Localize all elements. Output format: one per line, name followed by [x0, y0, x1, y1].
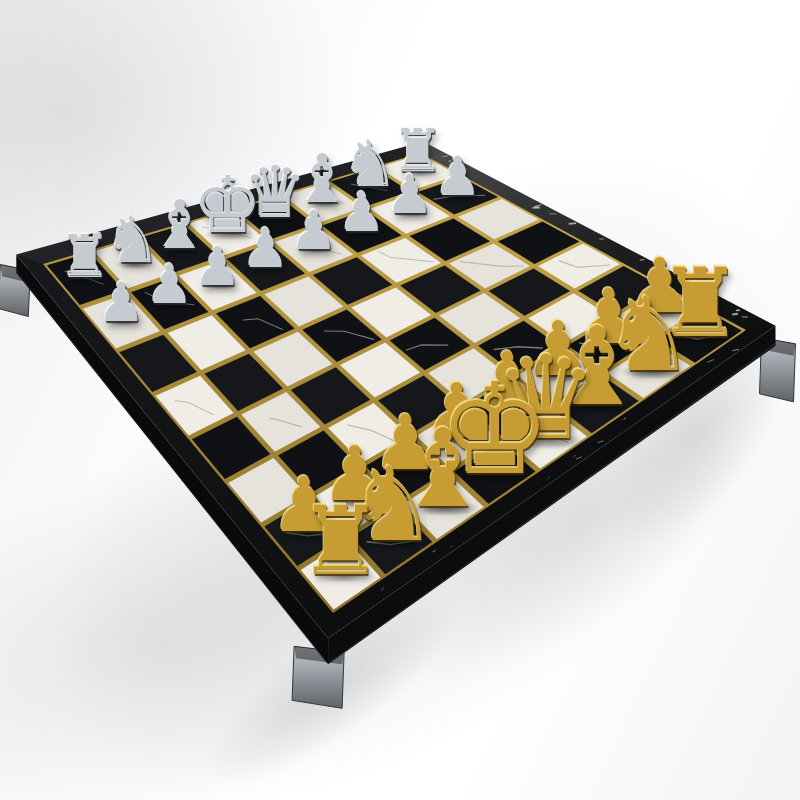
piece-silver-pawn-b7[interactable]: ♟ — [386, 168, 434, 222]
pieces-layer: ♜♞♝♛♚♝♞♜♟♟♟♟♟♟♟♟♟♟♟♟♟♟♟♟♜♞♝♛♚♝♞♜ — [0, 0, 800, 800]
piece-silver-pawn-d7[interactable]: ♟ — [290, 204, 338, 258]
chess-set-photo: ♜♞♝♛♚♝♞♜♟♟♟♟♟♟♟♟♟♟♟♟♟♟♟♟♜♞♝♛♚♝♞♜ — [0, 0, 800, 800]
piece-silver-pawn-f7[interactable]: ♟ — [194, 240, 242, 294]
piece-silver-pawn-e7[interactable]: ♟ — [242, 222, 290, 276]
piece-silver-pawn-c7[interactable]: ♟ — [338, 186, 386, 240]
piece-silver-pawn-h7[interactable]: ♟ — [97, 275, 145, 329]
piece-silver-pawn-g7[interactable]: ♟ — [145, 258, 193, 312]
piece-silver-pawn-a7[interactable]: ♟ — [434, 150, 482, 204]
piece-gold-rook-h1[interactable]: ♜ — [298, 494, 383, 589]
